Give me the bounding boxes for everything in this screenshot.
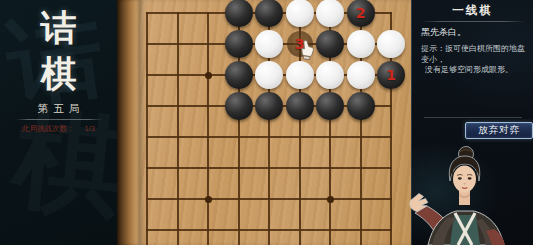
grid-line-horizontal bbox=[146, 136, 392, 138]
move-number-label: 2 bbox=[356, 6, 366, 20]
attempts-label: 此局挑战次数： bbox=[22, 124, 75, 134]
grid-line-horizontal bbox=[146, 198, 392, 200]
black-stone bbox=[225, 61, 253, 89]
grid-line-horizontal bbox=[146, 167, 392, 169]
go-puzzle-screen: 诘 棋 诘 棋 第五局 此局挑战次数： 1/3 213 一线棋 黑先杀白。 提示… bbox=[0, 0, 533, 245]
board-frame-edge bbox=[117, 0, 140, 245]
grid-line-vertical bbox=[177, 12, 179, 245]
go-board[interactable]: 213 bbox=[140, 0, 411, 245]
mode-title-char: 诘 bbox=[0, 4, 117, 50]
black-stone: 1 bbox=[377, 61, 405, 89]
objective-text: 黑先杀白。 bbox=[421, 26, 533, 39]
white-stone bbox=[286, 61, 314, 89]
black-stone bbox=[255, 0, 283, 27]
hint-line-2: 没有足够空间形成眼形。 bbox=[425, 65, 513, 76]
white-stone bbox=[286, 0, 314, 27]
panel-divider bbox=[424, 117, 522, 118]
black-stone bbox=[347, 92, 375, 120]
sidebar: 诘 棋 诘 棋 第五局 此局挑战次数： 1/3 bbox=[0, 0, 140, 245]
white-stone bbox=[377, 30, 405, 58]
move-number-label: 1 bbox=[386, 68, 396, 82]
white-stone bbox=[316, 0, 344, 27]
star-point bbox=[205, 196, 212, 203]
black-stone bbox=[255, 92, 283, 120]
white-stone bbox=[347, 30, 375, 58]
star-point bbox=[327, 196, 334, 203]
sidebar-divider bbox=[16, 119, 102, 120]
puzzle-title: 一线棋 bbox=[412, 3, 533, 18]
mode-title-char: 棋 bbox=[0, 50, 117, 96]
attempts-counter: 此局挑战次数： 1/3 bbox=[0, 124, 117, 134]
black-stone: 2 bbox=[347, 0, 375, 27]
black-stone bbox=[316, 30, 344, 58]
black-stone bbox=[225, 92, 253, 120]
star-point bbox=[205, 72, 212, 79]
white-stone bbox=[255, 30, 283, 58]
grid-line-vertical bbox=[146, 12, 148, 245]
hint-line-1: 提示：扳可使白棋所围的地盘变小， bbox=[421, 44, 525, 64]
black-stone bbox=[286, 92, 314, 120]
mode-title-calligraphy: 诘 棋 bbox=[0, 4, 117, 96]
suggested-move-point[interactable]: 3 bbox=[287, 31, 313, 57]
hand-cursor-icon bbox=[296, 38, 317, 62]
give-up-button[interactable]: 放弃对弈 bbox=[465, 122, 533, 139]
black-stone bbox=[316, 92, 344, 120]
attempts-value: 1/3 bbox=[85, 124, 95, 134]
round-label: 第五局 bbox=[0, 102, 117, 116]
white-stone bbox=[316, 61, 344, 89]
grid-line-horizontal bbox=[146, 229, 392, 231]
black-stone bbox=[225, 0, 253, 27]
npc-portrait bbox=[398, 145, 533, 245]
title-divider bbox=[421, 21, 525, 22]
grid-line-vertical bbox=[207, 12, 209, 245]
white-stone bbox=[255, 61, 283, 89]
black-stone bbox=[225, 30, 253, 58]
hint-text: 提示：扳可使白棋所围的地盘变小， 没有足够空间形成眼形。 bbox=[421, 44, 525, 76]
white-stone bbox=[347, 61, 375, 89]
